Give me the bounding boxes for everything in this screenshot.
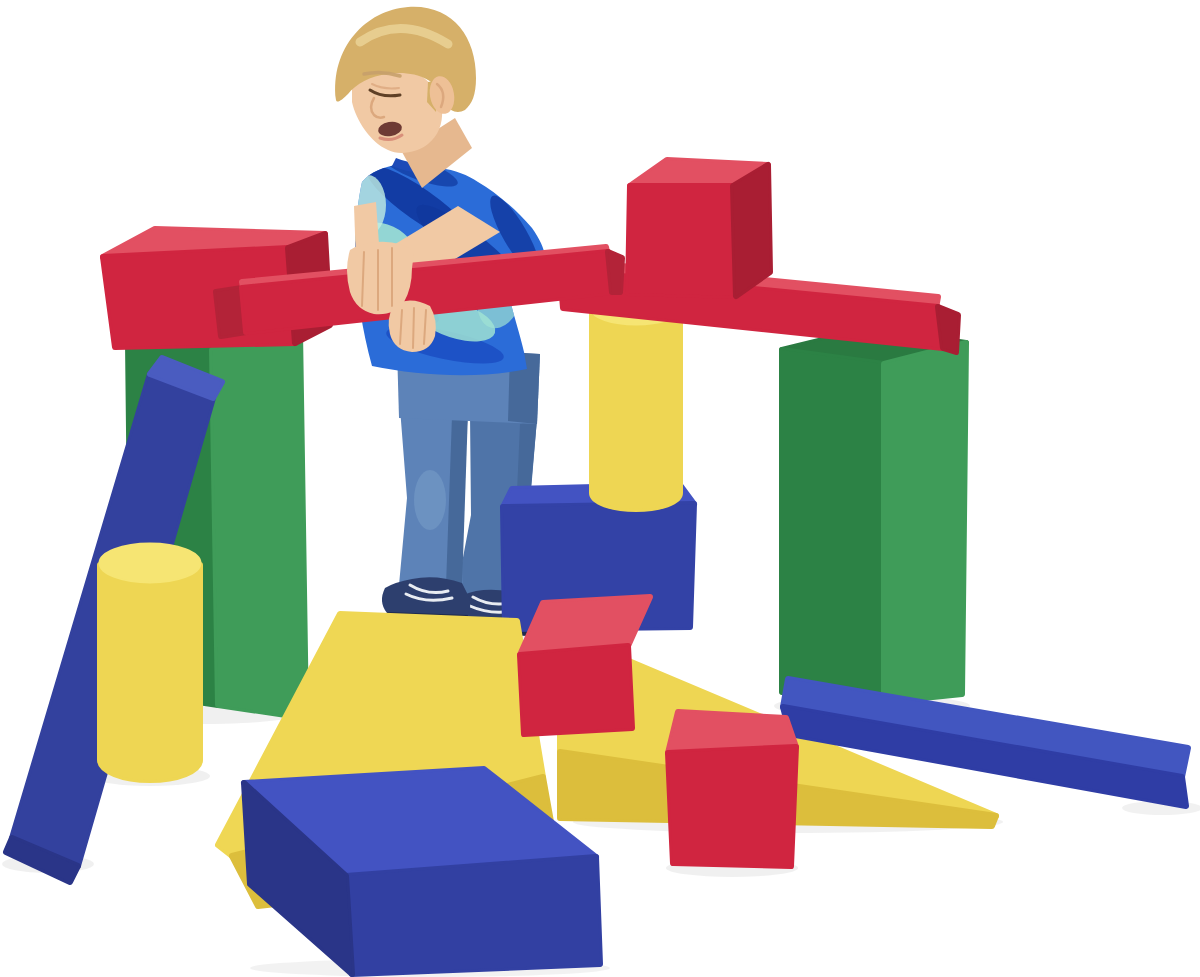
tower-right-front-face [782,350,884,702]
scene-svg [0,0,1200,977]
cylinder-left-top [100,544,200,582]
small-block-front-face [520,646,632,734]
block-front-front-face [346,857,600,974]
cylinder-center-body [592,310,680,509]
bridge-cube-front-face [628,186,736,296]
front-cube-front-face [668,747,796,866]
cube-front-right [668,712,796,866]
small-block-center [520,597,650,734]
tower-left-side-face [212,332,306,718]
cylinder-left [100,544,200,780]
bridge-beam-end-cap [938,307,958,352]
cylinder-left-body [100,565,200,780]
bridge-cube-side-face [733,165,770,296]
jeans-knee-highlight [414,470,446,530]
cylinder-center [592,294,680,509]
held-beam-right-cap [608,252,622,292]
product-photo-scene [0,0,1200,977]
tower-right [782,329,966,702]
tower-right-side-face [884,343,966,702]
cube-on-bridge [628,160,770,296]
